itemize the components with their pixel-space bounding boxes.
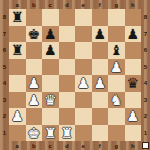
file-label-d: d	[59, 141, 76, 150]
square-e4[interactable]: ♟	[75, 75, 92, 92]
file-label-f: f	[92, 141, 109, 150]
square-g1[interactable]	[108, 125, 125, 142]
square-f5[interactable]	[92, 59, 109, 76]
frame-corner-top-right	[141, 0, 150, 9]
rank-label-1: 1	[0, 125, 9, 142]
piece-white-queen: ♛	[44, 92, 57, 109]
square-b2[interactable]	[26, 108, 43, 125]
chess-board-frame: abcdefgh 87654321 ♜♚♟♟♟♜♟♝♟♟♟♟♛♟♛♞♟♟♚♜♜ …	[0, 0, 150, 150]
piece-black-pawn: ♟	[126, 26, 139, 43]
piece-white-pawn: ♟	[126, 108, 139, 125]
square-h1[interactable]	[125, 125, 142, 142]
square-h7[interactable]: ♟	[125, 26, 142, 43]
square-f1[interactable]	[92, 125, 109, 142]
square-d6[interactable]	[59, 42, 76, 59]
square-d7[interactable]	[59, 26, 76, 43]
rank-label-4: 4	[0, 75, 9, 92]
file-label-b: b	[26, 0, 43, 9]
square-c1[interactable]: ♜	[42, 125, 59, 142]
square-c6[interactable]: ♟	[42, 42, 59, 59]
square-d1[interactable]: ♜	[59, 125, 76, 142]
rank-labels-right: 87654321	[141, 9, 150, 141]
square-e8[interactable]	[75, 9, 92, 26]
square-f4[interactable]: ♟	[92, 75, 109, 92]
square-g5[interactable]: ♟	[108, 59, 125, 76]
square-c8[interactable]	[42, 9, 59, 26]
square-e7[interactable]	[75, 26, 92, 43]
square-e6[interactable]	[75, 42, 92, 59]
piece-black-pawn: ♟	[44, 42, 57, 59]
square-f6[interactable]	[92, 42, 109, 59]
rank-label-6: 6	[0, 42, 9, 59]
square-h2[interactable]: ♟	[125, 108, 142, 125]
square-h6[interactable]	[125, 42, 142, 59]
piece-white-pawn: ♟	[27, 92, 40, 109]
file-labels-top: abcdefgh	[9, 0, 141, 9]
square-b7[interactable]: ♚	[26, 26, 43, 43]
piece-black-king: ♚	[27, 26, 40, 43]
file-label-h: h	[125, 141, 142, 150]
square-g7[interactable]	[108, 26, 125, 43]
file-label-f: f	[92, 0, 109, 9]
frame-corner-bottom-left	[0, 141, 9, 150]
rank-label-3: 3	[0, 92, 9, 109]
square-a4[interactable]	[9, 75, 26, 92]
rank-label-2: 2	[141, 108, 150, 125]
file-label-b: b	[26, 141, 43, 150]
piece-black-rook: ♜	[11, 9, 24, 26]
square-a6[interactable]: ♜	[9, 42, 26, 59]
rank-label-5: 5	[0, 59, 9, 76]
square-d3[interactable]	[59, 92, 76, 109]
square-f7[interactable]: ♟	[92, 26, 109, 43]
rank-label-3: 3	[141, 92, 150, 109]
square-d8[interactable]	[59, 9, 76, 26]
frame-corner-top-left	[0, 0, 9, 9]
file-labels-bottom: abcdefgh	[9, 141, 141, 150]
piece-white-pawn: ♟	[77, 75, 90, 92]
file-label-e: e	[75, 0, 92, 9]
square-f8[interactable]	[92, 9, 109, 26]
square-c7[interactable]: ♟	[42, 26, 59, 43]
square-c4[interactable]	[42, 75, 59, 92]
rank-label-5: 5	[141, 59, 150, 76]
piece-white-knight: ♞	[110, 92, 123, 109]
square-e2[interactable]	[75, 108, 92, 125]
square-e5[interactable]	[75, 59, 92, 76]
square-d4[interactable]	[59, 75, 76, 92]
piece-white-rook: ♜	[44, 125, 57, 142]
square-a1[interactable]	[9, 125, 26, 142]
piece-white-pawn: ♟	[11, 108, 24, 125]
rank-label-6: 6	[141, 42, 150, 59]
square-a8[interactable]: ♜	[9, 9, 26, 26]
square-a2[interactable]: ♟	[9, 108, 26, 125]
piece-black-queen: ♛	[126, 75, 139, 92]
square-b8[interactable]	[26, 9, 43, 26]
rank-label-8: 8	[141, 9, 150, 26]
piece-white-pawn: ♟	[93, 75, 106, 92]
white-to-move-indicator	[142, 142, 149, 149]
square-h3[interactable]	[125, 92, 142, 109]
square-e1[interactable]	[75, 125, 92, 142]
square-a3[interactable]	[9, 92, 26, 109]
square-b5[interactable]	[26, 59, 43, 76]
square-g2[interactable]	[108, 108, 125, 125]
square-h5[interactable]	[125, 59, 142, 76]
file-label-a: a	[9, 0, 26, 9]
square-g8[interactable]	[108, 9, 125, 26]
piece-black-rook: ♜	[11, 42, 24, 59]
piece-white-pawn: ♟	[27, 75, 40, 92]
file-label-a: a	[9, 141, 26, 150]
piece-black-pawn: ♟	[44, 26, 57, 43]
rank-label-4: 4	[141, 75, 150, 92]
file-label-d: d	[59, 0, 76, 9]
square-b6[interactable]	[26, 42, 43, 59]
rank-label-7: 7	[0, 26, 9, 43]
rank-label-1: 1	[141, 125, 150, 142]
square-c2[interactable]	[42, 108, 59, 125]
file-label-g: g	[108, 0, 125, 9]
square-e3[interactable]	[75, 92, 92, 109]
square-g6[interactable]: ♝	[108, 42, 125, 59]
square-a7[interactable]	[9, 26, 26, 43]
square-c5[interactable]	[42, 59, 59, 76]
square-h4[interactable]: ♛	[125, 75, 142, 92]
file-label-c: c	[42, 0, 59, 9]
piece-white-pawn: ♟	[110, 59, 123, 76]
square-h8[interactable]	[125, 9, 142, 26]
square-d5[interactable]	[59, 59, 76, 76]
rank-label-2: 2	[0, 108, 9, 125]
square-b1[interactable]: ♚	[26, 125, 43, 142]
piece-black-pawn: ♟	[93, 26, 106, 43]
piece-black-bishop: ♝	[110, 42, 123, 59]
rank-label-7: 7	[141, 26, 150, 43]
square-b3[interactable]: ♟	[26, 92, 43, 109]
square-b4[interactable]: ♟	[26, 75, 43, 92]
file-label-c: c	[42, 141, 59, 150]
square-a5[interactable]	[9, 59, 26, 76]
file-label-e: e	[75, 141, 92, 150]
square-f3[interactable]	[92, 92, 109, 109]
square-g4[interactable]	[108, 75, 125, 92]
rank-label-8: 8	[0, 9, 9, 26]
square-c3[interactable]: ♛	[42, 92, 59, 109]
rank-labels-left: 87654321	[0, 9, 9, 141]
file-label-h: h	[125, 0, 142, 9]
chess-board: ♜♚♟♟♟♜♟♝♟♟♟♟♛♟♛♞♟♟♚♜♜	[9, 9, 141, 141]
piece-white-rook: ♜	[60, 125, 73, 142]
square-f2[interactable]	[92, 108, 109, 125]
piece-white-king: ♚	[27, 125, 40, 142]
square-d2[interactable]	[59, 108, 76, 125]
file-label-g: g	[108, 141, 125, 150]
square-g3[interactable]: ♞	[108, 92, 125, 109]
